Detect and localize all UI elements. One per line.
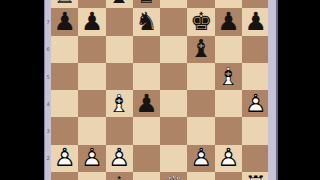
square-a7[interactable]: ♟ [51,8,78,35]
square-g6[interactable] [215,36,242,63]
square-h4[interactable]: ♟♙ [242,90,269,117]
square-g7[interactable]: ♟ [215,8,242,35]
square-e3[interactable] [160,117,187,144]
piece-outline: ♗ [106,91,132,117]
square-e5[interactable] [160,63,187,90]
square-f4[interactable] [187,90,214,117]
black-pawn-d4[interactable]: ♟ [134,91,160,117]
square-h1[interactable]: ♜♖ [242,172,269,180]
piece-fill: ♝ [106,0,132,8]
piece-fill: ♞ [134,9,160,35]
square-a3[interactable] [51,117,78,144]
piece-fill: ♟ [79,9,105,35]
square-d3[interactable] [133,117,160,144]
square-g1[interactable] [215,172,242,180]
square-h6[interactable] [242,36,269,63]
square-d6[interactable] [133,36,160,63]
piece-fill: ♟ [134,91,160,117]
square-b1[interactable] [78,172,105,180]
black-pawn-b7[interactable]: ♟ [79,9,105,35]
black-pawn-h7[interactable]: ♟ [243,9,269,35]
square-h3[interactable] [242,117,269,144]
square-e2[interactable] [160,145,187,172]
square-f3[interactable] [187,117,214,144]
square-b4[interactable] [78,90,105,117]
board-frame-left: 87654321 [44,0,51,180]
piece-outline: ♙ [79,145,105,171]
square-e8[interactable] [160,0,187,8]
white-pawn-b2[interactable]: ♟♙ [79,145,105,171]
square-d4[interactable]: ♟ [133,90,160,117]
square-c4[interactable]: ♝♗ [106,90,133,117]
square-h7[interactable]: ♟ [242,8,269,35]
square-f6[interactable]: ♝ [187,36,214,63]
black-king-f7[interactable]: ♚ [188,9,214,35]
piece-outline: ♗ [215,64,241,90]
square-f5[interactable] [187,63,214,90]
square-h2[interactable] [242,145,269,172]
black-pawn-g7[interactable]: ♟ [215,9,241,35]
square-e7[interactable] [160,8,187,35]
square-a4[interactable] [51,90,78,117]
white-pawn-h4[interactable]: ♟♙ [243,91,269,117]
square-h5[interactable] [242,63,269,90]
piece-outline: ♕ [161,173,187,180]
square-d7[interactable]: ♞ [133,8,160,35]
piece-fill: ♝ [188,36,214,62]
square-b3[interactable] [78,117,105,144]
piece-fill: ♟ [215,9,241,35]
piece-fill: ♟ [243,9,269,35]
square-g2[interactable]: ♟♙ [215,145,242,172]
square-c8[interactable]: ♝ [106,0,133,8]
square-a5[interactable] [51,63,78,90]
square-f1[interactable] [187,172,214,180]
black-pawn-a7[interactable]: ♟ [52,9,78,35]
white-bishop-c4[interactable]: ♝♗ [106,91,132,117]
square-c6[interactable] [106,36,133,63]
black-knight-d7[interactable]: ♞ [134,9,160,35]
square-d5[interactable] [133,63,160,90]
square-c5[interactable] [106,63,133,90]
square-c3[interactable] [106,117,133,144]
square-g3[interactable] [215,117,242,144]
square-d2[interactable] [133,145,160,172]
square-b7[interactable]: ♟ [78,8,105,35]
square-a1[interactable] [51,172,78,180]
square-e6[interactable] [160,36,187,63]
white-rook-h1[interactable]: ♜♖ [243,173,269,180]
piece-fill: ♟ [52,9,78,35]
square-g5[interactable]: ♝♗ [215,63,242,90]
piece-outline: ♙ [52,145,78,171]
square-a6[interactable] [51,36,78,63]
square-d1[interactable] [133,172,160,180]
square-f7[interactable]: ♚ [187,8,214,35]
square-f2[interactable]: ♟♙ [187,145,214,172]
black-bishop-f6[interactable]: ♝ [188,36,214,62]
square-b2[interactable]: ♟♙ [78,145,105,172]
piece-outline: ♖ [243,173,269,180]
square-c7[interactable] [106,8,133,35]
piece-fill: ♚ [188,9,214,35]
square-c2[interactable]: ♟♙ [106,145,133,172]
white-pawn-g2[interactable]: ♟♙ [215,145,241,171]
white-pawn-c2[interactable]: ♟♙ [106,145,132,171]
square-b5[interactable] [78,63,105,90]
square-g4[interactable] [215,90,242,117]
white-bishop-g5[interactable]: ♝♗ [215,64,241,90]
black-bishop-c8[interactable]: ♝ [106,0,132,8]
piece-outline: ♙ [215,145,241,171]
white-king-c1[interactable]: ♚♔ [106,173,132,180]
square-b6[interactable] [78,36,105,63]
square-e4[interactable] [160,90,187,117]
white-pawn-f2[interactable]: ♟♙ [188,145,214,171]
board-frame-right [268,0,278,180]
white-pawn-a2[interactable]: ♟♙ [52,145,78,171]
piece-outline: ♙ [188,145,214,171]
square-a2[interactable]: ♟♙ [51,145,78,172]
white-queen-e1[interactable]: ♛♕ [161,173,187,180]
piece-outline: ♙ [106,145,132,171]
piece-outline: ♔ [106,173,132,180]
piece-outline: ♙ [243,91,269,117]
chess-board: ♜♝♛♟♟♞♚♟♟♝♝♗♝♗♟♟♙♟♙♟♙♟♙♟♙♟♙♚♔♛♕♜♖ [51,0,269,180]
square-c1[interactable]: ♚♔ [106,172,133,180]
square-e1[interactable]: ♛♕ [160,172,187,180]
